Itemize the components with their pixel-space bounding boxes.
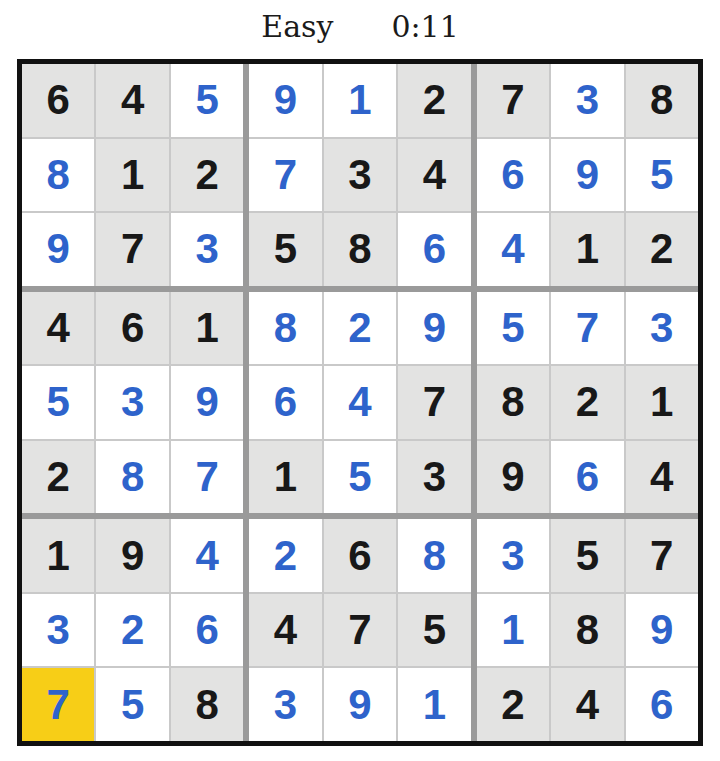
cell-r2c6[interactable]: 4 xyxy=(398,139,470,212)
box-4: 461539287 xyxy=(22,292,243,514)
cell-r5c2[interactable]: 3 xyxy=(96,366,168,439)
cell-r8c5[interactable]: 7 xyxy=(324,594,396,667)
cell-r3c5[interactable]: 8 xyxy=(324,213,396,286)
cell-r5c1[interactable]: 5 xyxy=(22,366,94,439)
cell-r6c5[interactable]: 5 xyxy=(324,441,396,514)
cell-r1c3[interactable]: 5 xyxy=(171,64,243,137)
cell-r3c3[interactable]: 3 xyxy=(171,213,243,286)
cell-r2c1[interactable]: 8 xyxy=(22,139,94,212)
cell-r2c7[interactable]: 6 xyxy=(477,139,549,212)
box-8: 268475391 xyxy=(249,519,470,741)
cell-r8c8[interactable]: 8 xyxy=(551,594,623,667)
difficulty-label: Easy xyxy=(261,9,333,44)
cell-r8c9[interactable]: 9 xyxy=(626,594,698,667)
cell-r2c8[interactable]: 9 xyxy=(551,139,623,212)
cell-r4c5[interactable]: 2 xyxy=(324,292,396,365)
sudoku-page: Easy 0:11 645812973912734586738695412461… xyxy=(0,0,720,761)
cell-r7c6[interactable]: 8 xyxy=(398,519,470,592)
box-6: 573821964 xyxy=(477,292,698,514)
cell-r8c2[interactable]: 2 xyxy=(96,594,168,667)
cell-r1c4[interactable]: 9 xyxy=(249,64,321,137)
cell-r3c8[interactable]: 1 xyxy=(551,213,623,286)
cell-r2c5[interactable]: 3 xyxy=(324,139,396,212)
cell-r8c6[interactable]: 5 xyxy=(398,594,470,667)
cell-r9c4[interactable]: 3 xyxy=(249,668,321,741)
cell-r7c5[interactable]: 6 xyxy=(324,519,396,592)
cell-r3c9[interactable]: 2 xyxy=(626,213,698,286)
cell-r2c4[interactable]: 7 xyxy=(249,139,321,212)
cell-r4c4[interactable]: 8 xyxy=(249,292,321,365)
cell-r4c8[interactable]: 7 xyxy=(551,292,623,365)
cell-r5c6[interactable]: 7 xyxy=(398,366,470,439)
cell-r8c7[interactable]: 1 xyxy=(477,594,549,667)
cell-r7c9[interactable]: 7 xyxy=(626,519,698,592)
box-9: 357189246 xyxy=(477,519,698,741)
cell-r4c9[interactable]: 3 xyxy=(626,292,698,365)
cell-r1c8[interactable]: 3 xyxy=(551,64,623,137)
cell-r5c9[interactable]: 1 xyxy=(626,366,698,439)
cell-r6c1[interactable]: 2 xyxy=(22,441,94,514)
box-7: 194326758 xyxy=(22,519,243,741)
cell-r5c8[interactable]: 2 xyxy=(551,366,623,439)
box-5: 829647153 xyxy=(249,292,470,514)
cell-r8c1[interactable]: 3 xyxy=(22,594,94,667)
cell-r9c2[interactable]: 5 xyxy=(96,668,168,741)
cell-r4c1[interactable]: 4 xyxy=(22,292,94,365)
cell-r8c4[interactable]: 4 xyxy=(249,594,321,667)
cell-r7c7[interactable]: 3 xyxy=(477,519,549,592)
cell-r5c5[interactable]: 4 xyxy=(324,366,396,439)
cell-r6c6[interactable]: 3 xyxy=(398,441,470,514)
cell-r9c8[interactable]: 4 xyxy=(551,668,623,741)
cell-r1c6[interactable]: 2 xyxy=(398,64,470,137)
cell-r9c1[interactable]: 7 xyxy=(22,668,94,741)
cell-r3c7[interactable]: 4 xyxy=(477,213,549,286)
cell-r1c1[interactable]: 6 xyxy=(22,64,94,137)
cell-r9c7[interactable]: 2 xyxy=(477,668,549,741)
cell-r3c6[interactable]: 6 xyxy=(398,213,470,286)
cell-r3c1[interactable]: 9 xyxy=(22,213,94,286)
timer[interactable]: 0:11 xyxy=(391,9,458,44)
cell-r6c3[interactable]: 7 xyxy=(171,441,243,514)
cell-r1c7[interactable]: 7 xyxy=(477,64,549,137)
cell-r6c9[interactable]: 4 xyxy=(626,441,698,514)
cell-r6c7[interactable]: 9 xyxy=(477,441,549,514)
cell-r5c7[interactable]: 8 xyxy=(477,366,549,439)
cell-r5c4[interactable]: 6 xyxy=(249,366,321,439)
cell-r7c3[interactable]: 4 xyxy=(171,519,243,592)
cell-r7c8[interactable]: 5 xyxy=(551,519,623,592)
cell-r3c4[interactable]: 5 xyxy=(249,213,321,286)
sudoku-board: 6458129739127345867386954124615392878296… xyxy=(17,59,703,746)
cell-r1c9[interactable]: 8 xyxy=(626,64,698,137)
cell-r7c2[interactable]: 9 xyxy=(96,519,168,592)
cell-r1c2[interactable]: 4 xyxy=(96,64,168,137)
cell-r2c2[interactable]: 1 xyxy=(96,139,168,212)
cell-r6c2[interactable]: 8 xyxy=(96,441,168,514)
cell-r4c3[interactable]: 1 xyxy=(171,292,243,365)
cell-r6c4[interactable]: 1 xyxy=(249,441,321,514)
cell-r4c6[interactable]: 9 xyxy=(398,292,470,365)
cell-r8c3[interactable]: 6 xyxy=(171,594,243,667)
cell-r1c5[interactable]: 1 xyxy=(324,64,396,137)
box-1: 645812973 xyxy=(22,64,243,286)
cell-r6c8[interactable]: 6 xyxy=(551,441,623,514)
cell-r2c3[interactable]: 2 xyxy=(171,139,243,212)
box-3: 738695412 xyxy=(477,64,698,286)
cell-r4c7[interactable]: 5 xyxy=(477,292,549,365)
cell-r9c5[interactable]: 9 xyxy=(324,668,396,741)
game-header: Easy 0:11 xyxy=(0,4,720,48)
cell-r9c9[interactable]: 6 xyxy=(626,668,698,741)
cell-r5c3[interactable]: 9 xyxy=(171,366,243,439)
cell-r4c2[interactable]: 6 xyxy=(96,292,168,365)
box-2: 912734586 xyxy=(249,64,470,286)
cell-r2c9[interactable]: 5 xyxy=(626,139,698,212)
cell-r7c4[interactable]: 2 xyxy=(249,519,321,592)
cell-r9c6[interactable]: 1 xyxy=(398,668,470,741)
cell-r9c3[interactable]: 8 xyxy=(171,668,243,741)
cell-r7c1[interactable]: 1 xyxy=(22,519,94,592)
cell-r3c2[interactable]: 7 xyxy=(96,213,168,286)
